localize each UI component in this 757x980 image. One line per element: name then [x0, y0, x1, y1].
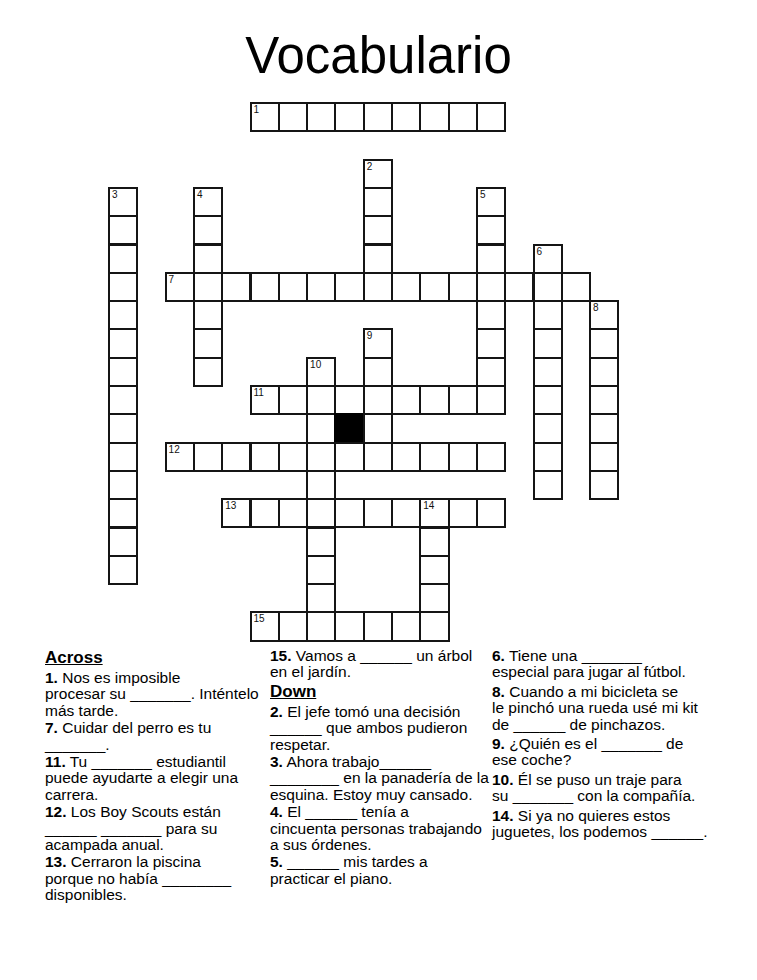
down-heading: Down — [270, 682, 490, 702]
grid-cell[interactable] — [391, 498, 421, 528]
grid-cell[interactable]: 14 — [419, 498, 449, 528]
clue-number: 6. — [492, 647, 505, 664]
grid-cell[interactable] — [391, 611, 421, 641]
grid-cell[interactable] — [448, 102, 478, 132]
grid-cell[interactable] — [448, 272, 478, 302]
grid-cell[interactable] — [278, 272, 308, 302]
grid-cell[interactable] — [334, 611, 364, 641]
grid-cell[interactable] — [391, 442, 421, 472]
clue-text: ¿Quién es el _______ de ese coche? — [492, 735, 683, 768]
grid-cell[interactable] — [533, 357, 563, 387]
grid-cell[interactable] — [306, 102, 336, 132]
clue-number: 12. — [45, 803, 67, 820]
grid-cell[interactable] — [108, 555, 138, 585]
grid-cell[interactable]: 3 — [108, 187, 138, 217]
grid-cell[interactable]: 8 — [589, 300, 619, 330]
grid-cell[interactable] — [363, 611, 393, 641]
grid-cell[interactable] — [108, 215, 138, 245]
grid-cell[interactable] — [419, 527, 449, 557]
clue-down-6: 6. Tiene una _______ especial para jugar… — [492, 648, 740, 681]
grid-cell[interactable] — [108, 244, 138, 274]
grid-cell[interactable]: 15 — [250, 611, 280, 641]
grid-cell[interactable] — [363, 244, 393, 274]
grid-cell[interactable] — [363, 442, 393, 472]
grid-cell[interactable] — [250, 272, 280, 302]
grid-cell[interactable] — [419, 583, 449, 613]
grid-cell[interactable] — [504, 272, 534, 302]
clue-number: 3. — [270, 753, 283, 770]
grid-cell[interactable]: 11 — [250, 385, 280, 415]
grid-cell[interactable]: 10 — [306, 357, 336, 387]
grid-cell[interactable] — [589, 357, 619, 387]
grid-cell[interactable] — [533, 413, 563, 443]
grid-cell[interactable]: 13 — [221, 498, 251, 528]
grid-cell[interactable] — [306, 413, 336, 443]
clue-text: Tiene una _______ especial para jugar al… — [492, 647, 686, 680]
crossword-grid: 123456789101112131415 — [108, 102, 619, 642]
grid-cell[interactable]: 4 — [193, 187, 223, 217]
grid-cell[interactable] — [363, 272, 393, 302]
clue-number: 8. — [492, 683, 505, 700]
grid-cell[interactable] — [363, 357, 393, 387]
grid-cell[interactable] — [448, 442, 478, 472]
grid-cell[interactable] — [108, 527, 138, 557]
clue-text: Ahora trabajo______ ________ en la panad… — [270, 753, 489, 803]
grid-cell[interactable] — [334, 498, 364, 528]
grid-cell[interactable] — [476, 357, 506, 387]
cell-number: 1 — [254, 104, 260, 115]
grid-cell[interactable]: 2 — [363, 159, 393, 189]
grid-cell[interactable] — [193, 244, 223, 274]
clue-text: Cerraron la piscina porque no había ____… — [45, 853, 231, 903]
grid-cell[interactable] — [306, 442, 336, 472]
grid-cell[interactable] — [334, 442, 364, 472]
grid-cell[interactable] — [533, 470, 563, 500]
grid-cell[interactable] — [278, 498, 308, 528]
grid-cell[interactable] — [476, 244, 506, 274]
grid-cell[interactable] — [589, 385, 619, 415]
grid-cell[interactable] — [334, 272, 364, 302]
grid-cell[interactable] — [476, 102, 506, 132]
grid-cell[interactable] — [363, 187, 393, 217]
grid-cell[interactable] — [533, 328, 563, 358]
clue-number: 5. — [270, 853, 283, 870]
cell-number: 3 — [112, 189, 118, 200]
grid-cell[interactable] — [419, 272, 449, 302]
grid-cell[interactable] — [250, 498, 280, 528]
grid-cell[interactable] — [108, 328, 138, 358]
grid-cell[interactable]: 6 — [533, 244, 563, 274]
grid-cell[interactable] — [419, 555, 449, 585]
grid-cell[interactable] — [108, 442, 138, 472]
cell-number: 13 — [225, 500, 236, 511]
grid-cell[interactable] — [589, 413, 619, 443]
clues-column-left: Across 1. Nos es imposible procesar su _… — [45, 648, 267, 905]
clue-number: 13. — [45, 853, 67, 870]
clue-down-14: 14. Si ya no quieres estos juguetes, los… — [492, 808, 740, 841]
grid-cell[interactable] — [108, 272, 138, 302]
grid-cell[interactable] — [363, 102, 393, 132]
grid-cell[interactable] — [278, 102, 308, 132]
clue-number: 1. — [45, 669, 58, 686]
grid-cell[interactable] — [306, 583, 336, 613]
clue-across-13: 13. Cerraron la piscina porque no había … — [45, 854, 267, 903]
grid-cell[interactable] — [363, 498, 393, 528]
grid-cell[interactable] — [391, 385, 421, 415]
puzzle-title: Vocabulario — [0, 26, 757, 85]
cell-number: 15 — [254, 613, 265, 624]
cell-number: 8 — [593, 302, 599, 313]
grid-cell[interactable] — [108, 413, 138, 443]
across-clue-list: 1. Nos es imposible procesar su _______.… — [45, 670, 267, 904]
clue-text: Nos es imposible procesar su _______. In… — [45, 669, 259, 719]
grid-cell[interactable] — [561, 272, 591, 302]
grid-cell[interactable] — [193, 328, 223, 358]
grid-cell[interactable] — [306, 611, 336, 641]
clue-down-10: 10. Él se puso un traje para su _______ … — [492, 772, 740, 805]
grid-cell[interactable] — [108, 300, 138, 330]
grid-cell[interactable] — [391, 102, 421, 132]
cell-number: 9 — [367, 330, 373, 341]
grid-cell[interactable] — [108, 357, 138, 387]
clue-across-15: 15. Vamos a ______ un árbol en el jardín… — [270, 648, 490, 681]
grid-cell[interactable] — [193, 442, 223, 472]
grid-cell[interactable] — [193, 272, 223, 302]
grid-cell[interactable] — [306, 385, 336, 415]
clue-number: 15. — [270, 647, 292, 664]
grid-cell[interactable] — [533, 442, 563, 472]
grid-cell[interactable] — [363, 215, 393, 245]
clue-text: El jefe tomó una decisión ______ que amb… — [270, 703, 467, 753]
grid-cell[interactable] — [476, 442, 506, 472]
cell-number: 5 — [480, 189, 486, 200]
grid-cell[interactable] — [448, 385, 478, 415]
grid-cell[interactable]: 12 — [165, 442, 195, 472]
grid-cell[interactable] — [589, 470, 619, 500]
grid-cell[interactable]: 1 — [250, 102, 280, 132]
cell-number: 14 — [423, 500, 434, 511]
clue-number: 7. — [45, 719, 58, 736]
grid-cell[interactable] — [278, 611, 308, 641]
grid-cell[interactable] — [193, 300, 223, 330]
clue-text: Tu _______ estudiantil puede ayudarte a … — [45, 753, 238, 803]
grid-cell[interactable] — [476, 385, 506, 415]
grid-cell[interactable] — [589, 442, 619, 472]
grid-cell[interactable] — [533, 385, 563, 415]
clue-number: 10. — [492, 771, 514, 788]
clue-text: Los Boy Scouts están ______ _______ para… — [45, 803, 221, 853]
grid-cell[interactable] — [419, 442, 449, 472]
grid-cell[interactable] — [306, 470, 336, 500]
grid-cell[interactable]: 7 — [165, 272, 195, 302]
grid-cell[interactable] — [108, 470, 138, 500]
grid-cell[interactable] — [476, 272, 506, 302]
grid-cell[interactable] — [476, 328, 506, 358]
clues-column-right: 6. Tiene una _______ especial para jugar… — [492, 648, 740, 843]
grid-cell[interactable] — [334, 385, 364, 415]
grid-cell[interactable] — [363, 413, 393, 443]
clue-number: 9. — [492, 735, 505, 752]
worksheet-page: Vocabulario 123456789101112131415 Across… — [0, 0, 757, 980]
grid-cell[interactable] — [533, 300, 563, 330]
grid-cell[interactable]: 5 — [476, 187, 506, 217]
grid-cell[interactable] — [533, 272, 563, 302]
clue-across-7: 7. Cuidar del perro es tu _______. — [45, 720, 267, 753]
grid-cell[interactable] — [278, 385, 308, 415]
grid-cell[interactable] — [448, 498, 478, 528]
clue-text: El ______ tenía a cincuenta personas tra… — [270, 803, 482, 853]
clue-down-8: 8. Cuando a mi bicicleta se le pinchó un… — [492, 684, 740, 733]
clue-down-4: 4. El ______ tenía a cincuenta personas … — [270, 804, 490, 853]
down-clue-list: 2. El jefe tomó una decisión ______ que … — [270, 704, 490, 887]
clue-text: Él se puso un traje para su _______ con … — [492, 771, 695, 804]
clue-text: ______ mis tardes a practicar el piano. — [270, 853, 428, 886]
clue-text: Cuidar del perro es tu _______. — [45, 719, 211, 752]
clue-down-5: 5. ______ mis tardes a practicar el pian… — [270, 854, 490, 887]
grid-cell[interactable] — [193, 357, 223, 387]
grid-cell[interactable] — [363, 385, 393, 415]
grid-cell[interactable] — [306, 555, 336, 585]
grid-cell[interactable] — [193, 215, 223, 245]
clue-down-3: 3. Ahora trabajo______ ________ en la pa… — [270, 754, 490, 803]
clue-across-12: 12. Los Boy Scouts están ______ _______ … — [45, 804, 267, 853]
grid-cell[interactable] — [334, 102, 364, 132]
grid-cell[interactable] — [306, 498, 336, 528]
clue-down-9: 9. ¿Quién es el _______ de ese coche? — [492, 736, 740, 769]
grid-cell[interactable] — [476, 300, 506, 330]
grid-cell[interactable] — [221, 442, 251, 472]
clue-number: 4. — [270, 803, 283, 820]
clue-number: 14. — [492, 807, 514, 824]
clues-column-middle: 15. Vamos a ______ un árbol en el jardín… — [270, 648, 490, 888]
grid-cell[interactable] — [419, 102, 449, 132]
cell-number: 11 — [254, 387, 264, 398]
grid-cell[interactable]: 9 — [363, 328, 393, 358]
cell-number: 2 — [367, 161, 373, 172]
clue-across-11: 11. Tu _______ estudiantil puede ayudart… — [45, 754, 267, 803]
cell-number: 12 — [169, 444, 180, 455]
clue-text: Vamos a ______ un árbol en el jardín. — [270, 647, 472, 680]
grid-cell[interactable] — [278, 442, 308, 472]
grid-cell[interactable] — [306, 272, 336, 302]
grid-cell[interactable] — [419, 611, 449, 641]
grid-cell[interactable] — [108, 385, 138, 415]
grid-cell[interactable] — [221, 272, 251, 302]
clue-number: 2. — [270, 703, 283, 720]
cell-number: 4 — [197, 189, 203, 200]
cell-number: 6 — [537, 246, 543, 257]
grid-cell[interactable] — [306, 527, 336, 557]
grid-cell[interactable] — [391, 272, 421, 302]
grid-cell[interactable] — [108, 498, 138, 528]
clue-text: Cuando a mi bicicleta se le pinchó una r… — [492, 683, 698, 733]
across-clue-list-continued: 15. Vamos a ______ un árbol en el jardín… — [270, 648, 490, 681]
clue-text: Si ya no quieres estos juguetes, los pod… — [492, 807, 707, 840]
down-clue-list-continued: 6. Tiene una _______ especial para jugar… — [492, 648, 740, 840]
clue-across-1: 1. Nos es imposible procesar su _______.… — [45, 670, 267, 719]
clue-number: 11. — [45, 753, 66, 770]
grid-cell[interactable] — [250, 442, 280, 472]
grid-cell[interactable] — [476, 215, 506, 245]
across-heading: Across — [45, 648, 267, 668]
cell-number: 10 — [310, 359, 321, 370]
grid-cell[interactable] — [589, 328, 619, 358]
grid-cell[interactable] — [419, 385, 449, 415]
grid-cell[interactable] — [476, 498, 506, 528]
clue-down-2: 2. El jefe tomó una decisión ______ que … — [270, 704, 490, 753]
black-cell — [334, 413, 364, 443]
cell-number: 7 — [169, 274, 175, 285]
